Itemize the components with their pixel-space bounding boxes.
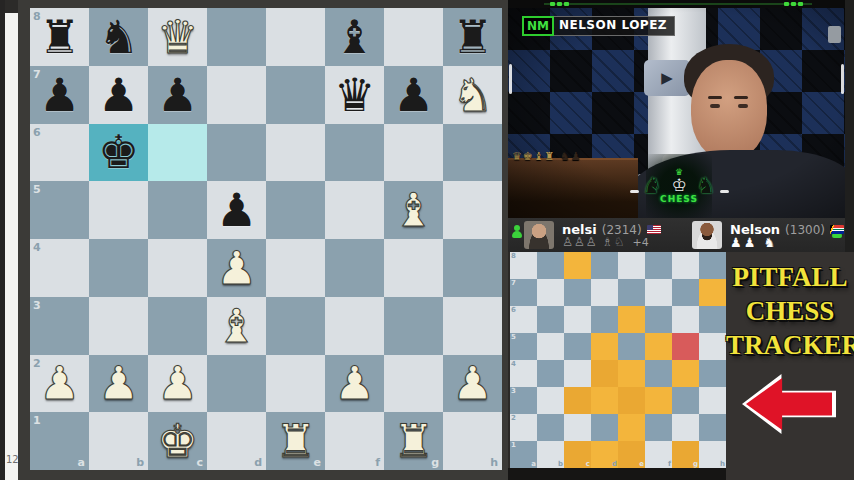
tracker-square-e3 <box>618 387 645 414</box>
square-b6[interactable]: ♚ <box>89 124 148 182</box>
piece-bq-f7: ♛ <box>325 66 384 124</box>
avatar-nelson[interactable] <box>692 221 722 249</box>
square-e1[interactable]: e♜ <box>266 412 325 470</box>
player1-material-advantage: +4 <box>633 236 649 249</box>
square-a4[interactable]: 4 <box>30 239 89 297</box>
file-label-g: g <box>693 460 698 468</box>
piece-wq-c8: ♛ <box>148 8 207 66</box>
tracker-square-b7 <box>537 279 564 306</box>
piece-wp-b2: ♟ <box>89 355 148 413</box>
tracker-square-c5 <box>564 333 591 360</box>
square-a1[interactable]: 1a <box>30 412 89 470</box>
channel-logo: ♞ ♛ ♔ CHESS ♞ <box>646 154 712 218</box>
piece-bp-d5: ♟ <box>207 181 266 239</box>
tracker-title-line1: PITFALL <box>726 262 854 293</box>
logo-dash-left <box>630 190 639 193</box>
tracker-square-a3: 3 <box>510 387 537 414</box>
audio-meter-segments-left <box>550 2 569 6</box>
square-f1[interactable]: f <box>325 412 384 470</box>
square-g8[interactable] <box>384 8 443 66</box>
tracker-square-g1: g <box>672 441 699 468</box>
stream-frame: 12 8♜♞♛♝♜7♟♟♟♛♟♞6♚5♟♝4♟3♝2♟♟♟♟♟1abc♚de♜f… <box>0 0 854 480</box>
piece-bp-c7: ♟ <box>148 66 207 124</box>
square-e6[interactable] <box>266 124 325 182</box>
piece-wb-g5: ♝ <box>384 181 443 239</box>
tracker-square-g7 <box>672 279 699 306</box>
piece-bp-a7: ♟ <box>30 66 89 124</box>
square-a8[interactable]: 8♜ <box>30 8 89 66</box>
tracker-square-b5 <box>537 333 564 360</box>
rank-label-6: 6 <box>33 126 41 139</box>
square-d6[interactable] <box>207 124 266 182</box>
rank-label-7: 7 <box>33 68 41 81</box>
tracker-square-d8 <box>591 252 618 279</box>
piece-wp-f2: ♟ <box>325 355 384 413</box>
square-h4[interactable] <box>443 239 502 297</box>
file-label-f: f <box>668 460 671 468</box>
tracker-square-f2 <box>645 414 672 441</box>
file-label-a: a <box>531 460 536 468</box>
margin-number: 12 <box>6 454 19 465</box>
tracker-square-h3 <box>699 387 726 414</box>
rank-label-2: 2 <box>511 414 516 422</box>
tracker-square-a1: 1a <box>510 441 537 468</box>
tracker-square-a8: 8 <box>510 252 537 279</box>
square-h5[interactable] <box>443 181 502 239</box>
rank-label-8: 8 <box>33 10 41 23</box>
square-g4[interactable] <box>384 239 443 297</box>
square-d3[interactable]: ♝ <box>207 297 266 355</box>
tracker-square-c2 <box>564 414 591 441</box>
rank-label-1: 1 <box>511 441 516 449</box>
tracker-square-e8 <box>618 252 645 279</box>
square-a5[interactable]: 5 <box>30 181 89 239</box>
player2-flag-za <box>830 225 844 234</box>
tracker-square-e6 <box>618 306 645 333</box>
square-a2[interactable]: 2♟ <box>30 355 89 413</box>
square-b7[interactable]: ♟ <box>89 66 148 124</box>
file-label-a: a <box>78 456 85 469</box>
tracker-title-line3: TRACKER <box>726 330 854 361</box>
square-e5[interactable] <box>266 181 325 239</box>
square-h2[interactable]: ♟ <box>443 355 502 413</box>
file-label-d: d <box>254 456 262 469</box>
square-c7[interactable]: ♟ <box>148 66 207 124</box>
rank-label-5: 5 <box>33 183 41 196</box>
logo-knight-left: ♞ <box>642 175 662 197</box>
tracker-caption-panel: PITFALL CHESS TRACKER <box>726 252 854 480</box>
square-e4[interactable] <box>266 239 325 297</box>
rank-label-4: 4 <box>33 241 41 254</box>
tracker-square-b8 <box>537 252 564 279</box>
piece-wn-h7: ♞ <box>443 66 502 124</box>
tracker-square-e5 <box>618 333 645 360</box>
tracker-square-a5: 5 <box>510 333 537 360</box>
piece-bp-b7: ♟ <box>89 66 148 124</box>
viewer-icon-left <box>512 225 522 238</box>
square-g3[interactable] <box>384 297 443 355</box>
square-d1[interactable]: d <box>207 412 266 470</box>
rank-label-1: 1 <box>33 414 41 427</box>
tracker-square-h5 <box>699 333 726 360</box>
tracker-square-h6 <box>699 306 726 333</box>
tracker-square-h7 <box>699 279 726 306</box>
file-label-h: h <box>720 460 725 468</box>
piece-wp-h2: ♟ <box>443 355 502 413</box>
square-f5[interactable] <box>325 181 384 239</box>
tracker-square-b6 <box>537 306 564 333</box>
audio-meter-segments-right <box>784 2 803 6</box>
tracker-square-g6 <box>672 306 699 333</box>
square-h1[interactable]: h <box>443 412 502 470</box>
square-e2[interactable] <box>266 355 325 413</box>
piece-wr-g1: ♜ <box>384 412 443 470</box>
tracker-square-b3 <box>537 387 564 414</box>
tracker-square-a4: 4 <box>510 360 537 387</box>
piece-bb-f8: ♝ <box>325 8 384 66</box>
square-g7[interactable]: ♟ <box>384 66 443 124</box>
streamer-name: NELSON LOPEZ <box>554 16 675 36</box>
tracker-square-g3 <box>672 387 699 414</box>
file-label-c: c <box>586 460 590 468</box>
tracker-square-b4 <box>537 360 564 387</box>
rank-label-6: 6 <box>511 306 516 314</box>
square-h6[interactable] <box>443 124 502 182</box>
rank-label-3: 3 <box>33 299 41 312</box>
piece-br-a8: ♜ <box>30 8 89 66</box>
square-a7[interactable]: 7♟ <box>30 66 89 124</box>
square-b5[interactable] <box>89 181 148 239</box>
left-arrow-icon <box>746 378 832 430</box>
square-f7[interactable]: ♛ <box>325 66 384 124</box>
page-margin-strip <box>5 13 18 480</box>
square-c2[interactable]: ♟ <box>148 355 207 413</box>
frame-notch-right <box>841 64 844 94</box>
square-b2[interactable]: ♟ <box>89 355 148 413</box>
square-e3[interactable] <box>266 297 325 355</box>
tracker-square-d1: d <box>591 441 618 468</box>
logo-king-icon: ♔ <box>671 177 686 194</box>
square-d4[interactable]: ♟ <box>207 239 266 297</box>
piece-wr-e1: ♜ <box>266 412 325 470</box>
logo-knight-right: ♞ <box>696 175 716 197</box>
square-e7[interactable] <box>266 66 325 124</box>
tracker-square-g8 <box>672 252 699 279</box>
tracker-square-d7 <box>591 279 618 306</box>
frame-notch-left <box>509 64 512 94</box>
file-label-b: b <box>558 460 563 468</box>
rank-label-5: 5 <box>511 333 516 341</box>
file-label-e: e <box>639 460 644 468</box>
tracker-square-c3 <box>564 387 591 414</box>
square-f2[interactable]: ♟ <box>325 355 384 413</box>
square-b3[interactable] <box>89 297 148 355</box>
rank-label-3: 3 <box>511 387 516 395</box>
rank-label-4: 4 <box>511 360 516 368</box>
file-label-h: h <box>490 456 498 469</box>
tracker-square-f3 <box>645 387 672 414</box>
piece-bn-b8: ♞ <box>89 8 148 66</box>
wall-object <box>828 26 841 43</box>
tracker-square-c6 <box>564 306 591 333</box>
tracker-square-d4 <box>591 360 618 387</box>
audio-meter-line <box>544 3 812 5</box>
square-c8[interactable]: ♛ <box>148 8 207 66</box>
tracker-square-f8 <box>645 252 672 279</box>
right-edge-strip <box>845 0 854 252</box>
tracker-square-a6: 6 <box>510 306 537 333</box>
tracker-square-c7 <box>564 279 591 306</box>
square-d5[interactable]: ♟ <box>207 181 266 239</box>
rank-label-7: 7 <box>511 279 516 287</box>
tracker-square-a2: 2 <box>510 414 537 441</box>
square-f4[interactable] <box>325 239 384 297</box>
piece-wp-a2: ♟ <box>30 355 89 413</box>
title-badge: NM <box>522 16 554 36</box>
tracker-square-f5 <box>645 333 672 360</box>
square-a3[interactable]: 3 <box>30 297 89 355</box>
file-label-c: c <box>196 456 203 469</box>
avatar-nelsi[interactable] <box>524 221 554 249</box>
square-d8[interactable] <box>207 8 266 66</box>
square-d7[interactable] <box>207 66 266 124</box>
tracker-square-b2 <box>537 414 564 441</box>
square-c1[interactable]: c♚ <box>148 412 207 470</box>
tracker-square-f4 <box>645 360 672 387</box>
square-d2[interactable] <box>207 355 266 413</box>
tracker-square-b1: b <box>537 441 564 468</box>
tracker-square-g4 <box>672 360 699 387</box>
piece-wk-c1: ♚ <box>148 412 207 470</box>
tracker-square-f1: f <box>645 441 672 468</box>
piece-wp-d4: ♟ <box>207 239 266 297</box>
tracker-square-d6 <box>591 306 618 333</box>
tracker-square-h2 <box>699 414 726 441</box>
webcam-panel: ▶ ♛♚♝♜ ♞♟ NM NELSON LOPEZ ♞ ♛ ♔ CHES <box>508 8 845 218</box>
pitfall-tracker-board: 87654321abcdefgh <box>510 252 726 468</box>
square-e8[interactable] <box>266 8 325 66</box>
square-g6[interactable] <box>384 124 443 182</box>
square-b1[interactable]: b <box>89 412 148 470</box>
tracker-square-e4 <box>618 360 645 387</box>
square-f6[interactable] <box>325 124 384 182</box>
player1-captured-pieces: ♙♙♙ ♗♘ <box>562 235 626 249</box>
streamer-name-badge: NM NELSON LOPEZ <box>522 16 675 36</box>
tracker-square-c8 <box>564 252 591 279</box>
square-h7[interactable]: ♞ <box>443 66 502 124</box>
file-label-d: d <box>612 460 617 468</box>
piece-bp-g7: ♟ <box>384 66 443 124</box>
piece-br-h8: ♜ <box>443 8 502 66</box>
tracker-title-line2: CHESS <box>726 296 854 327</box>
tracker-square-g5 <box>672 333 699 360</box>
square-g1[interactable]: g♜ <box>384 412 443 470</box>
player2-captured-pieces: ♟♟ ♞ <box>730 235 777 250</box>
piece-bk-b6: ♚ <box>89 124 148 182</box>
tracker-square-e7 <box>618 279 645 306</box>
square-g2[interactable] <box>384 355 443 413</box>
square-f3[interactable] <box>325 297 384 355</box>
rank-label-2: 2 <box>33 357 41 370</box>
logo-text: CHESS <box>660 194 698 204</box>
piece-wp-c2: ♟ <box>148 355 207 413</box>
tracker-square-d3 <box>591 387 618 414</box>
main-chess-board[interactable]: 8♜♞♛♝♜7♟♟♟♛♟♞6♚5♟♝4♟3♝2♟♟♟♟♟1abc♚de♜fg♜h <box>30 8 502 470</box>
square-h8[interactable]: ♜ <box>443 8 502 66</box>
square-c3[interactable] <box>148 297 207 355</box>
square-f8[interactable]: ♝ <box>325 8 384 66</box>
tracker-square-h8 <box>699 252 726 279</box>
player1-flag-us <box>647 225 661 234</box>
file-label-b: b <box>136 456 144 469</box>
square-h3[interactable] <box>443 297 502 355</box>
square-a6[interactable]: 6 <box>30 124 89 182</box>
square-c5[interactable] <box>148 181 207 239</box>
logo-dash-right <box>720 190 729 193</box>
file-label-e: e <box>314 456 321 469</box>
piece-wb-d3: ♝ <box>207 297 266 355</box>
square-c4[interactable] <box>148 239 207 297</box>
tracker-square-h4 <box>699 360 726 387</box>
square-b4[interactable] <box>89 239 148 297</box>
file-label-f: f <box>375 456 380 469</box>
tracker-square-c1: c <box>564 441 591 468</box>
tracker-square-g2 <box>672 414 699 441</box>
tracker-square-d2 <box>591 414 618 441</box>
tracker-square-d5 <box>591 333 618 360</box>
square-b8[interactable]: ♞ <box>89 8 148 66</box>
tracker-square-f6 <box>645 306 672 333</box>
tracker-square-e1: e <box>618 441 645 468</box>
tracker-square-c4 <box>564 360 591 387</box>
square-g5[interactable]: ♝ <box>384 181 443 239</box>
audio-meter-bar <box>508 0 845 8</box>
player-bar: nelsi (2314) ♙♙♙ ♗♘+4 Nelson (1300) ♟♟ ♞ <box>508 218 845 252</box>
tracker-square-e2 <box>618 414 645 441</box>
tracker-square-a7: 7 <box>510 279 537 306</box>
player2-rating: (1300) <box>785 223 825 237</box>
tracker-square-h1: h <box>699 441 726 468</box>
rank-label-8: 8 <box>511 252 516 260</box>
file-label-g: g <box>431 456 439 469</box>
square-c6[interactable] <box>148 124 207 182</box>
tracker-square-f7 <box>645 279 672 306</box>
